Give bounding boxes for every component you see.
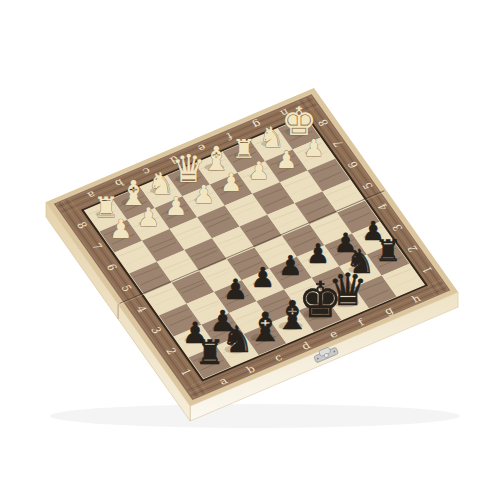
piece-black-pawn-f3[interactable]: ♟ xyxy=(306,238,330,269)
piece-white-pawn-f7[interactable]: ♟ xyxy=(248,157,270,185)
piece-white-pawn-g7[interactable]: ♟ xyxy=(276,146,297,174)
board-ground-shadow xyxy=(50,404,460,428)
piece-black-knight-b1[interactable]: ♞ xyxy=(221,318,254,361)
piece-black-rook-a1[interactable]: ♜ xyxy=(195,333,225,372)
piece-black-pawn-c3[interactable]: ♟ xyxy=(223,273,248,306)
product-photo-canvas: aabbccddeeffgghh1122334455667788♚♞♟♜♟♝♟♛… xyxy=(0,0,500,500)
piece-white-pawn-h7[interactable]: ♟ xyxy=(303,134,324,162)
piece-white-pawn-b7[interactable]: ♟ xyxy=(137,202,160,232)
chessboard: aabbccddeeffgghh1122334455667788♚♞♟♜♟♝♟♛… xyxy=(0,0,500,500)
piece-white-pawn-a7[interactable]: ♟ xyxy=(109,214,132,244)
piece-white-pawn-e7[interactable]: ♟ xyxy=(220,168,242,197)
piece-white-pawn-c7[interactable]: ♟ xyxy=(165,192,188,221)
piece-white-pawn-d7[interactable]: ♟ xyxy=(192,180,214,209)
piece-black-rook-h2[interactable]: ♜ xyxy=(375,233,402,268)
piece-black-pawn-d3[interactable]: ♟ xyxy=(251,262,276,293)
